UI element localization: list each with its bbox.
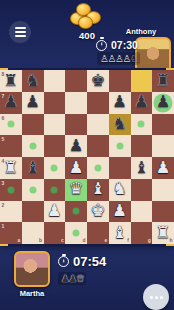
square-h7[interactable]: ♟ [152, 92, 174, 114]
screen: 400 Anthony 07:30 ♙♙♙♙♘ ♜8♞♚♜♟7♟♟♟♟6♞5♟♜… [0, 0, 174, 310]
white-pawn-h4: ♟ [152, 157, 174, 179]
square-c2[interactable]: ♟ [44, 201, 66, 223]
square-b4[interactable]: ♝ [22, 157, 44, 179]
file-label: e [104, 237, 107, 243]
square-c4[interactable] [44, 157, 66, 179]
legal-move-dot [51, 164, 58, 171]
hamburger-icon [15, 27, 26, 29]
menu-button[interactable] [9, 21, 31, 43]
square-a6[interactable]: 6 [0, 114, 22, 136]
black-knight-f6: ♞ [109, 114, 131, 136]
square-f3[interactable]: ♞ [109, 179, 131, 201]
chess-board: ♜8♞♚♜♟7♟♟♟♟6♞5♟♜4♝♟♝♟3♛♝♞2♟♚♟1abcde♝fg♜h [0, 70, 174, 244]
square-g6[interactable] [131, 114, 153, 136]
file-label: a [17, 237, 20, 243]
black-king-e8: ♚ [87, 70, 109, 92]
board-corner-ornament [0, 68, 8, 78]
square-c7[interactable] [44, 92, 66, 114]
rank-label: 2 [2, 202, 5, 208]
opponent-clock-time: 07:30 [111, 39, 138, 51]
square-g5[interactable] [131, 135, 153, 157]
rank-label: 3 [2, 180, 5, 186]
square-a5[interactable]: 5 [0, 135, 22, 157]
white-king-e2: ♚ [87, 201, 109, 223]
square-f5[interactable] [109, 135, 131, 157]
file-label: d [82, 237, 85, 243]
rank-label: 5 [2, 136, 5, 142]
board-corner-ornament [166, 68, 174, 78]
legal-move-dot [94, 164, 101, 171]
square-b5[interactable] [22, 135, 44, 157]
file-label: f [127, 237, 129, 243]
player-clock-time: 07:54 [73, 254, 106, 269]
square-a3[interactable]: 3 [0, 179, 22, 201]
square-a2[interactable]: 2 [0, 201, 22, 223]
square-h3[interactable] [152, 179, 174, 201]
legal-move-dot [116, 143, 123, 150]
legal-move-dot [73, 208, 80, 215]
stopwatch-icon [96, 40, 107, 51]
square-g3[interactable] [131, 179, 153, 201]
legal-move-dot [7, 121, 14, 128]
chat-dots-icon [150, 296, 153, 299]
square-b6[interactable] [22, 114, 44, 136]
square-e5[interactable] [87, 135, 109, 157]
white-pawn-c2: ♟ [44, 201, 66, 223]
square-a4[interactable]: ♜4 [0, 157, 22, 179]
square-a7[interactable]: ♟7 [0, 92, 22, 114]
square-d6[interactable] [65, 114, 87, 136]
square-e4[interactable] [87, 157, 109, 179]
opponent-name: Anthony [111, 27, 171, 36]
rank-label: 1 [2, 223, 5, 229]
square-e3[interactable]: ♝ [87, 179, 109, 201]
square-c1[interactable]: c [44, 222, 66, 244]
square-c5[interactable] [44, 135, 66, 157]
player-avatar[interactable] [14, 251, 50, 287]
rank-label: 7 [2, 93, 5, 99]
square-g7[interactable]: ♟ [131, 92, 153, 114]
square-g2[interactable] [131, 201, 153, 223]
square-b2[interactable] [22, 201, 44, 223]
player-clock: 07:54 [58, 254, 106, 269]
square-e2[interactable]: ♚ [87, 201, 109, 223]
black-pawn-f7: ♟ [109, 92, 131, 114]
square-e1[interactable]: e [87, 222, 109, 244]
square-d5[interactable]: ♟ [65, 135, 87, 157]
square-d1[interactable]: d [65, 222, 87, 244]
square-f2[interactable]: ♟ [109, 201, 131, 223]
square-e8[interactable]: ♚ [87, 70, 109, 92]
white-bishop-e3: ♝ [87, 179, 109, 201]
player-captured-tray: ♟♟♛ [58, 272, 86, 285]
legal-move-dot [29, 143, 36, 150]
rank-label: 6 [2, 115, 5, 121]
board-corner-ornament [166, 236, 174, 246]
rank-label: 4 [2, 158, 5, 164]
square-e7[interactable] [87, 92, 109, 114]
player-name: Martha [4, 289, 60, 298]
square-b3[interactable] [22, 179, 44, 201]
legal-move-dot [73, 230, 80, 237]
square-b1[interactable]: b [22, 222, 44, 244]
square-b7[interactable]: ♟ [22, 92, 44, 114]
square-d8[interactable] [65, 70, 87, 92]
black-pawn-b7: ♟ [22, 92, 44, 114]
square-d2[interactable] [65, 201, 87, 223]
file-label: c [61, 237, 64, 243]
square-h4[interactable]: ♟ [152, 157, 174, 179]
square-b8[interactable]: ♞ [22, 70, 44, 92]
legal-move-dot [7, 186, 14, 193]
opponent-captured-tray: ♙♙♙♙♘ [97, 52, 140, 65]
stopwatch-icon [58, 256, 69, 267]
black-knight-b8: ♞ [22, 70, 44, 92]
square-d4[interactable]: ♟ [65, 157, 87, 179]
board-corner-ornament [0, 236, 8, 246]
file-label: b [39, 237, 42, 243]
file-label: g [148, 237, 151, 243]
black-pawn-h7: ♟ [152, 92, 174, 114]
white-knight-f3: ♞ [109, 179, 131, 201]
legal-move-dot [138, 121, 145, 128]
white-pawn-d4: ♟ [65, 157, 87, 179]
black-bishop-g4: ♝ [131, 157, 153, 179]
chat-button[interactable] [143, 284, 169, 310]
black-bishop-b4: ♝ [22, 157, 44, 179]
square-h6[interactable] [152, 114, 174, 136]
square-g4[interactable]: ♝ [131, 157, 153, 179]
black-pawn-d5: ♟ [65, 135, 87, 157]
square-f6[interactable]: ♞ [109, 114, 131, 136]
square-e6[interactable] [87, 114, 109, 136]
square-c8[interactable] [44, 70, 66, 92]
square-c3[interactable] [44, 179, 66, 201]
square-g1[interactable]: g [131, 222, 153, 244]
square-f1[interactable]: ♝f [109, 222, 131, 244]
square-d3[interactable]: ♛ [65, 179, 87, 201]
square-h2[interactable] [152, 201, 174, 223]
square-g8[interactable] [131, 70, 153, 92]
square-h5[interactable] [152, 135, 174, 157]
square-f8[interactable] [109, 70, 131, 92]
square-c6[interactable] [44, 114, 66, 136]
legal-move-dot [29, 186, 36, 193]
square-d7[interactable] [65, 92, 87, 114]
legal-move-dot [51, 186, 58, 193]
opponent-clock: 07:30 [96, 39, 138, 51]
square-f7[interactable]: ♟ [109, 92, 131, 114]
black-pawn-g7: ♟ [131, 92, 153, 114]
white-pawn-f2: ♟ [109, 201, 131, 223]
white-queen-d3: ♛ [65, 179, 87, 201]
coins-icon [70, 3, 104, 29]
square-f4[interactable] [109, 157, 131, 179]
